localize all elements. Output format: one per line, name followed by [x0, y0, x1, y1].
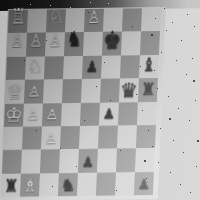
square-h5: ♜	[138, 78, 158, 102]
square-g4	[118, 102, 138, 126]
square-f1	[96, 172, 116, 196]
white-pawn: ♙	[26, 26, 46, 55]
black-rook: ♜	[138, 78, 158, 102]
square-c6	[44, 56, 64, 80]
square-a7: ♙	[7, 33, 27, 57]
white-bishop: ♗	[20, 174, 40, 198]
square-c3: ♙	[41, 126, 61, 150]
square-f4: ♟	[99, 102, 119, 126]
square-f2	[97, 149, 117, 173]
square-h3	[136, 125, 156, 149]
square-d2	[59, 149, 79, 173]
square-f3	[98, 125, 118, 149]
square-g5: ♛	[119, 78, 139, 102]
square-d7: ♞	[64, 32, 84, 56]
square-d1: ♞	[58, 173, 78, 197]
square-a4: ♔	[4, 103, 24, 127]
square-b5: ♙	[24, 80, 44, 104]
white-pawn: ♙	[42, 103, 62, 127]
square-e2: ♟	[78, 149, 98, 173]
square-g7	[121, 32, 141, 56]
chessboard-photo: ♖♘♙♙♙♙♞♚♘♟♝♕♙♛♜♔♙♙♟♙♟♜♗♞♟	[0, 0, 200, 200]
black-king: ♚	[102, 25, 122, 54]
white-king: ♔	[4, 103, 24, 127]
square-d6	[63, 56, 83, 80]
black-rook: ♜	[1, 174, 21, 198]
square-f6	[101, 55, 121, 79]
white-pawn: ♙	[45, 26, 65, 55]
square-e3	[79, 126, 99, 150]
square-c5	[43, 79, 63, 103]
square-e6: ♟	[82, 56, 102, 80]
square-h1: ♟	[134, 172, 154, 196]
black-queen: ♛	[119, 78, 139, 102]
square-f7: ♚	[102, 32, 122, 56]
black-bishop: ♝	[139, 52, 159, 78]
white-queen: ♕	[5, 80, 25, 104]
square-a2	[2, 150, 22, 174]
white-pawn: ♙	[23, 103, 43, 127]
square-a6	[6, 56, 26, 80]
chess-board: ♖♘♙♙♙♙♞♚♘♟♝♕♙♛♜♔♙♙♟♙♟♜♗♞♟	[1, 8, 161, 197]
black-pawn: ♟	[134, 173, 154, 197]
square-h4	[137, 102, 157, 126]
black-knight: ♞	[58, 174, 78, 198]
square-c7: ♙	[45, 33, 65, 57]
square-g3	[117, 125, 137, 149]
square-b2	[21, 150, 41, 174]
square-a5: ♕	[5, 80, 25, 104]
square-b4: ♙	[23, 103, 43, 127]
square-d4	[61, 102, 81, 126]
square-c1	[39, 173, 59, 197]
square-e8: ♙	[84, 9, 104, 33]
white-knight: ♘	[25, 53, 45, 79]
square-g6	[120, 55, 140, 79]
square-b3	[22, 126, 42, 150]
square-h8	[141, 8, 161, 32]
square-f5	[100, 79, 120, 103]
square-a1: ♜	[1, 173, 21, 197]
square-e4	[80, 102, 100, 126]
square-g8	[122, 8, 142, 32]
white-pawn: ♙	[84, 2, 104, 31]
square-e1	[77, 172, 97, 196]
square-g1	[115, 172, 135, 196]
square-h6: ♝	[139, 55, 159, 79]
black-knight: ♞	[64, 26, 84, 55]
board-frame: ♖♘♙♙♙♙♞♚♘♟♝♕♙♛♜♔♙♙♟♙♟♜♗♞♟	[0, 7, 166, 200]
square-c4: ♙	[42, 103, 62, 127]
square-c2	[40, 149, 60, 173]
white-pawn: ♙	[24, 80, 44, 104]
square-e5	[81, 79, 101, 103]
white-pawn: ♙	[41, 126, 61, 150]
black-pawn: ♟	[82, 52, 102, 78]
black-pawn: ♟	[99, 102, 119, 126]
white-pawn: ♙	[7, 26, 27, 55]
black-pawn: ♟	[78, 150, 98, 174]
square-d5	[62, 79, 82, 103]
square-d3	[60, 126, 80, 150]
square-b1: ♗	[20, 173, 40, 197]
square-b6: ♘	[25, 56, 45, 80]
square-g2	[116, 149, 136, 173]
square-a3	[3, 127, 23, 151]
square-h2	[135, 148, 155, 172]
